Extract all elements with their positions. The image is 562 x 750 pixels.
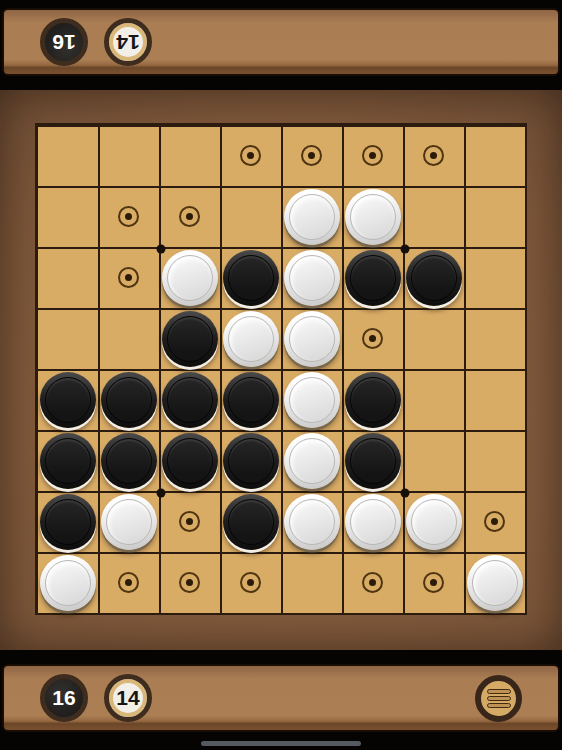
black-disc [223, 250, 279, 306]
legal-move-hint[interactable] [362, 328, 383, 349]
white-score-disc-top: 14 [104, 18, 152, 66]
cell-a5 [37, 369, 98, 430]
legal-move-hint[interactable] [118, 206, 139, 227]
star-point-icon [157, 489, 166, 498]
white-disc [406, 494, 462, 550]
white-disc [345, 494, 401, 550]
cell-f3 [342, 247, 403, 308]
cell-a7 [37, 491, 98, 552]
cell-a2 [37, 186, 98, 247]
black-disc [40, 372, 96, 428]
cell-e2 [281, 186, 342, 247]
black-score-top: 16 [52, 30, 75, 54]
white-score-bottom: 14 [116, 686, 139, 710]
black-disc [406, 250, 462, 306]
cell-d2 [220, 186, 281, 247]
legal-move-hint[interactable] [118, 267, 139, 288]
cell-h7[interactable] [464, 491, 525, 552]
black-disc [223, 494, 279, 550]
cell-h3 [464, 247, 525, 308]
black-score-disc-bottom: 16 [40, 674, 88, 722]
othello-app-screen: 16 14 16 14 [0, 0, 562, 750]
cell-b7 [98, 491, 159, 552]
black-disc [345, 372, 401, 428]
cell-b4 [98, 308, 159, 369]
black-disc [101, 433, 157, 489]
cell-c8[interactable] [159, 552, 220, 613]
black-disc [40, 433, 96, 489]
cell-c3 [159, 247, 220, 308]
black-disc [162, 311, 218, 367]
cell-a4 [37, 308, 98, 369]
white-disc [284, 494, 340, 550]
cell-b5 [98, 369, 159, 430]
cell-e1[interactable] [281, 125, 342, 186]
cell-c5 [159, 369, 220, 430]
black-score-disc-top: 16 [40, 18, 88, 66]
white-disc [284, 311, 340, 367]
cell-g1[interactable] [403, 125, 464, 186]
cell-a3 [37, 247, 98, 308]
legal-move-hint[interactable] [423, 572, 444, 593]
white-disc [284, 433, 340, 489]
white-disc [345, 189, 401, 245]
cell-e3 [281, 247, 342, 308]
cell-e5 [281, 369, 342, 430]
cell-h6 [464, 430, 525, 491]
cell-f2 [342, 186, 403, 247]
cell-e6 [281, 430, 342, 491]
white-disc [223, 311, 279, 367]
black-disc [345, 433, 401, 489]
cell-f6 [342, 430, 403, 491]
hamburger-icon [487, 689, 511, 694]
cell-f1[interactable] [342, 125, 403, 186]
white-disc [284, 189, 340, 245]
cell-h5 [464, 369, 525, 430]
cell-h2 [464, 186, 525, 247]
black-disc [223, 372, 279, 428]
black-disc [345, 250, 401, 306]
star-point-icon [401, 245, 410, 254]
white-score-disc-bottom: 14 [104, 674, 152, 722]
white-disc [40, 555, 96, 611]
cell-d4 [220, 308, 281, 369]
star-point-icon [401, 489, 410, 498]
cell-d5 [220, 369, 281, 430]
white-score-top: 14 [116, 30, 139, 54]
cell-c7[interactable] [159, 491, 220, 552]
legal-move-hint[interactable] [179, 511, 200, 532]
cell-b3[interactable] [98, 247, 159, 308]
star-point-icon [157, 245, 166, 254]
cell-d3 [220, 247, 281, 308]
cell-c1 [159, 125, 220, 186]
cell-g5 [403, 369, 464, 430]
cell-d8[interactable] [220, 552, 281, 613]
legal-move-hint[interactable] [423, 145, 444, 166]
cell-f8[interactable] [342, 552, 403, 613]
legal-move-hint[interactable] [301, 145, 322, 166]
board [35, 123, 527, 615]
cell-e4 [281, 308, 342, 369]
white-disc [162, 250, 218, 306]
legal-move-hint[interactable] [179, 572, 200, 593]
black-disc [40, 494, 96, 550]
cell-c4 [159, 308, 220, 369]
cell-c2[interactable] [159, 186, 220, 247]
legal-move-hint[interactable] [179, 206, 200, 227]
black-score-bottom: 16 [52, 686, 75, 710]
cell-g4 [403, 308, 464, 369]
home-indicator[interactable] [201, 741, 361, 746]
cell-d1[interactable] [220, 125, 281, 186]
cell-g8[interactable] [403, 552, 464, 613]
top-score-bar: 16 14 [2, 8, 560, 76]
black-disc [101, 372, 157, 428]
cell-d6 [220, 430, 281, 491]
white-disc [467, 555, 523, 611]
white-disc [284, 250, 340, 306]
legal-move-hint[interactable] [362, 572, 383, 593]
cell-h4 [464, 308, 525, 369]
cell-b1 [98, 125, 159, 186]
black-disc [162, 372, 218, 428]
cell-c6 [159, 430, 220, 491]
cell-g7 [403, 491, 464, 552]
cell-h8 [464, 552, 525, 613]
cell-g6 [403, 430, 464, 491]
cell-b6 [98, 430, 159, 491]
cell-a1 [37, 125, 98, 186]
black-disc [223, 433, 279, 489]
cell-b2[interactable] [98, 186, 159, 247]
legal-move-hint[interactable] [484, 511, 505, 532]
cell-f7 [342, 491, 403, 552]
white-disc [101, 494, 157, 550]
legal-move-hint[interactable] [240, 572, 261, 593]
cell-e8 [281, 552, 342, 613]
cell-e7 [281, 491, 342, 552]
cell-f5 [342, 369, 403, 430]
cell-b8[interactable] [98, 552, 159, 613]
cell-g2 [403, 186, 464, 247]
cell-f4[interactable] [342, 308, 403, 369]
legal-move-hint[interactable] [240, 145, 261, 166]
cell-h1 [464, 125, 525, 186]
legal-move-hint[interactable] [362, 145, 383, 166]
cell-g3 [403, 247, 464, 308]
white-disc [284, 372, 340, 428]
bottom-score-bar: 16 14 [2, 664, 560, 732]
hamburger-icon [487, 696, 511, 701]
cell-d7 [220, 491, 281, 552]
board-panel [0, 90, 562, 650]
cell-a6 [37, 430, 98, 491]
hamburger-icon [487, 703, 511, 708]
black-disc [162, 433, 218, 489]
legal-move-hint[interactable] [118, 572, 139, 593]
cell-a8 [37, 552, 98, 613]
menu-button[interactable] [475, 675, 522, 722]
